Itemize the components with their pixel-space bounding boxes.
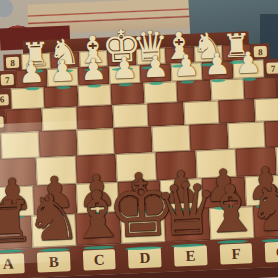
square-g5 [218,99,254,124]
square-e5 [147,102,183,127]
right-border-cell-7: 7 [264,59,278,78]
square-g4 [227,122,266,150]
square-d4 [114,126,153,154]
square-c5 [77,105,113,130]
white-pawn-e7: ♟ [142,53,170,84]
white-pawn-b7: ♟ [49,57,77,88]
chess-board: 8877665544332211ABCDEFGH♜♞♝♚♛♝♞♜♟♟♟♟♟♟♟♟… [0,0,278,278]
white-pawn-a7: ♟ [18,58,46,89]
white-pawn-c7: ♟ [80,55,108,86]
left-border-cell-5: 5 [0,110,7,134]
square-c6 [77,84,111,106]
square-d5 [112,104,148,129]
white-pawn-f7: ♟ [173,51,201,82]
photo-of-chess-set: 8877665544332211ABCDEFGH♜♞♝♚♛♝♞♜♟♟♟♟♟♟♟♟… [0,0,278,278]
square-h4 [265,120,278,148]
square-b4 [38,130,77,158]
left-rank-label-6: 6 [0,94,9,106]
left-rank-label-7: 7 [1,74,14,86]
left-rank-label-5: 5 [0,116,4,128]
white-pawn-h7: ♟ [235,49,263,80]
felt-pad [217,240,248,244]
square-a4 [1,131,40,159]
square-b5 [41,107,77,132]
felt-pad [39,248,69,252]
black-knight-g1: ♞ [246,175,278,240]
square-f4 [189,123,228,151]
right-border-cell-6: 6 [276,76,278,98]
felt-pad [262,238,278,242]
square-a6 [11,87,45,109]
square-e6 [144,81,178,103]
file-label-f: F [219,243,253,264]
white-pawn-g7: ♟ [204,50,232,81]
left-border-cell-6: 6 [0,89,12,111]
file-label-a: A [0,253,25,274]
square-e4 [151,125,190,153]
square-c4 [76,128,115,156]
square-d6 [110,83,144,105]
square-a5 [6,108,42,133]
white-pawn-d7: ♟ [111,54,139,85]
square-f5 [183,101,219,126]
square-h5 [254,97,278,122]
felt-pad [171,243,206,248]
felt-pad [0,249,24,253]
right-rank-label-7: 7 [266,62,278,74]
square-b6 [44,86,78,108]
left-border-cell-7: 7 [0,70,17,89]
